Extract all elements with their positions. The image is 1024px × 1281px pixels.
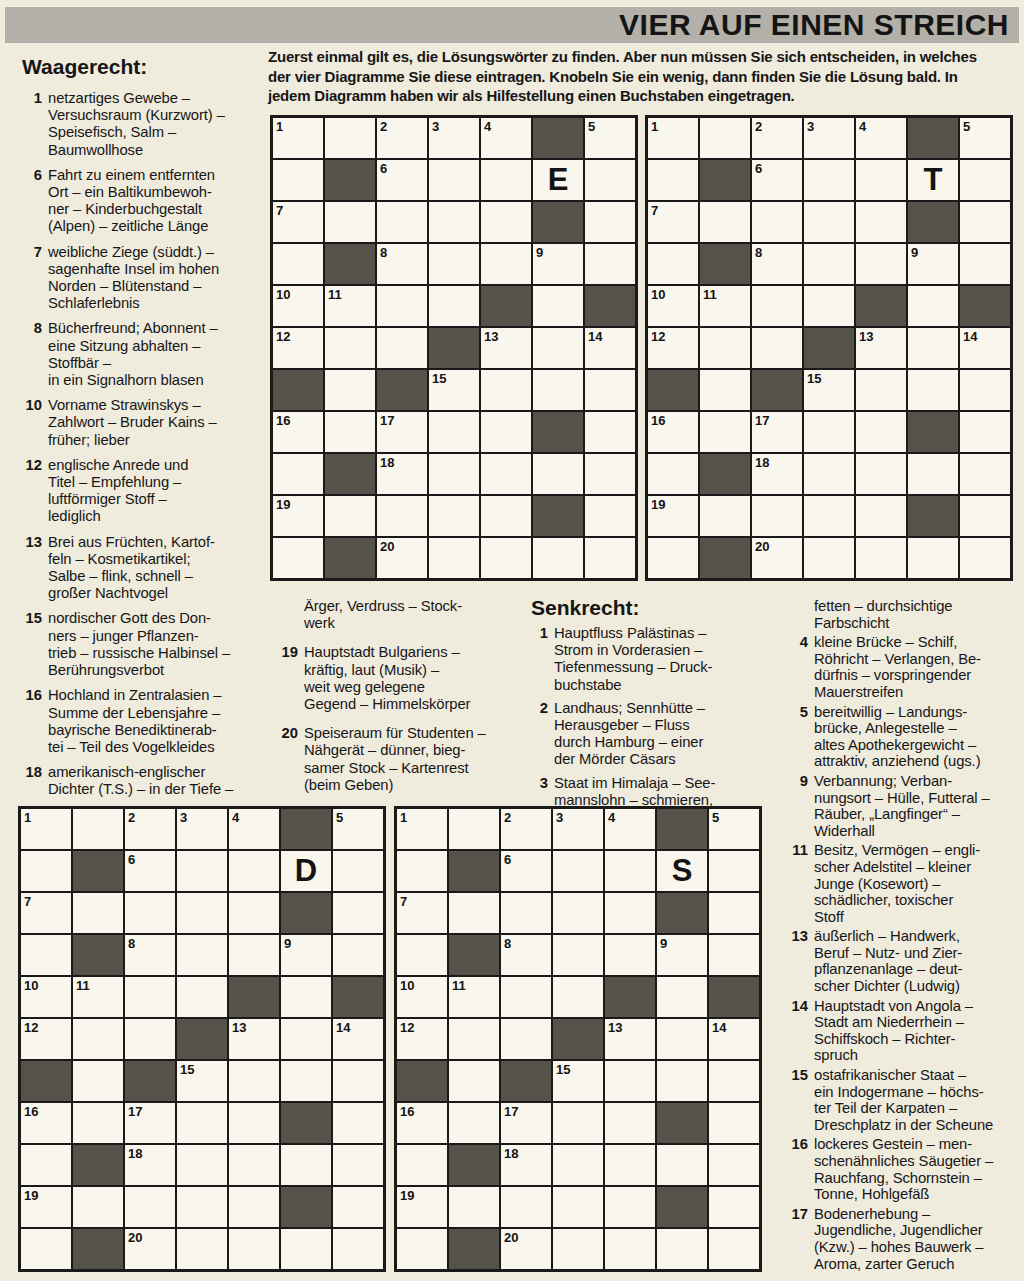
grid-cell[interactable] (325, 412, 375, 452)
cell-number: 11 (452, 978, 466, 993)
grid-cell[interactable] (377, 286, 427, 326)
grid-cell[interactable]: 2 (125, 809, 175, 849)
hint-letter: T (908, 160, 958, 200)
grid-cell[interactable]: 13 (856, 328, 906, 368)
grid-cell[interactable]: 1 (21, 809, 71, 849)
grid-cell[interactable] (709, 893, 759, 933)
grid-cell[interactable] (73, 1187, 123, 1227)
grid-cell[interactable] (177, 851, 227, 891)
grid-cell[interactable] (605, 1145, 655, 1185)
grid-cell[interactable] (73, 1019, 123, 1059)
grid-cell[interactable]: 5 (585, 118, 635, 158)
grid-cell[interactable] (605, 1061, 655, 1101)
grid-cell[interactable]: 20 (752, 538, 802, 578)
grid-cell[interactable] (533, 286, 583, 326)
grid-cell[interactable] (429, 538, 479, 578)
grid-cell[interactable] (908, 286, 958, 326)
grid-cell[interactable] (325, 118, 375, 158)
grid-cell[interactable] (804, 286, 854, 326)
grid-cell[interactable]: 15 (177, 1061, 227, 1101)
grid-cell[interactable] (856, 412, 906, 452)
grid-cell[interactable] (481, 244, 531, 284)
grid-cell[interactable] (657, 1019, 707, 1059)
grid-cell[interactable]: 16 (273, 412, 323, 452)
down-clues-list: 1Hauptfluss Palästinas – Strom in Vorder… (531, 625, 781, 809)
grid-cell[interactable] (281, 977, 331, 1017)
grid-cell[interactable] (429, 202, 479, 242)
grid-cell[interactable] (429, 244, 479, 284)
grid-cell[interactable] (553, 1103, 603, 1143)
grid-cell[interactable] (177, 1229, 227, 1269)
grid-cell[interactable]: 16 (648, 412, 698, 452)
grid-cell[interactable] (533, 370, 583, 410)
grid-cell[interactable] (429, 286, 479, 326)
grid-cell[interactable] (585, 538, 635, 578)
cell-number: 2 (504, 810, 511, 825)
grid-cell[interactable] (229, 1229, 279, 1269)
grid-cell[interactable] (481, 370, 531, 410)
clue: 1netzartiges Gewebe – Versuchsraum (Kurz… (18, 90, 268, 159)
grid-cell[interactable] (605, 1103, 655, 1143)
grid-cell[interactable]: 19 (648, 496, 698, 536)
blocked-cell (804, 328, 854, 368)
grid-cell[interactable] (449, 809, 499, 849)
grid-cell[interactable]: 7 (397, 893, 447, 933)
grid-cell[interactable]: 11 (73, 977, 123, 1017)
grid-cell[interactable] (960, 202, 1010, 242)
grid-cell[interactable] (229, 935, 279, 975)
clue: 9Verbannung; Verban- nungsort – Hülle, F… (782, 773, 1024, 839)
grid-cell[interactable] (429, 412, 479, 452)
blocked-cell (377, 370, 427, 410)
grid-cell[interactable] (333, 893, 383, 933)
blocked-cell (273, 370, 323, 410)
blocked-cell (908, 412, 958, 452)
grid-cell[interactable] (449, 893, 499, 933)
cell-number: 16 (651, 413, 665, 428)
grid-cell[interactable] (481, 202, 531, 242)
grid-cell[interactable] (585, 202, 635, 242)
grid-cell[interactable] (856, 244, 906, 284)
grid-cell[interactable] (73, 809, 123, 849)
grid-cell[interactable]: 7 (21, 893, 71, 933)
grid-cell[interactable]: 4 (856, 118, 906, 158)
grid-cell[interactable] (73, 1103, 123, 1143)
grid-cell[interactable] (397, 935, 447, 975)
grid-cell[interactable]: 17 (377, 412, 427, 452)
grid-cell[interactable] (229, 851, 279, 891)
grid-cell[interactable] (481, 496, 531, 536)
grid-cell[interactable] (700, 370, 750, 410)
grid-cell[interactable] (333, 1103, 383, 1143)
grid-cell[interactable] (325, 370, 375, 410)
grid-cell[interactable] (73, 1061, 123, 1101)
grid-cell[interactable]: 2 (501, 809, 551, 849)
grid-cell[interactable]: 3 (804, 118, 854, 158)
grid-cell[interactable]: 12 (21, 1019, 71, 1059)
grid-cell[interactable] (273, 160, 323, 200)
grid-cell[interactable]: 17 (125, 1103, 175, 1143)
grid-cell[interactable] (553, 935, 603, 975)
blocked-cell (960, 286, 1010, 326)
grid-cell[interactable]: 12 (273, 328, 323, 368)
grid-cell[interactable]: 1 (273, 118, 323, 158)
grid-cell[interactable] (333, 851, 383, 891)
grid-cell[interactable] (700, 496, 750, 536)
grid-cell[interactable]: 6 (752, 160, 802, 200)
grid-cell[interactable] (585, 496, 635, 536)
grid-cell[interactable] (533, 538, 583, 578)
grid-cell[interactable] (585, 412, 635, 452)
grid-cell[interactable] (449, 1103, 499, 1143)
grid-cell[interactable]: 3 (177, 809, 227, 849)
grid-cell[interactable] (585, 454, 635, 494)
grid-cell[interactable] (125, 1187, 175, 1227)
grid-cell[interactable] (804, 160, 854, 200)
clue-text: amerikanisch-englischer Dichter (T.S.) –… (48, 764, 233, 798)
grid-cell[interactable]: 15 (804, 370, 854, 410)
grid-cell[interactable]: 3 (553, 809, 603, 849)
grid-cell[interactable]: 16 (21, 1103, 71, 1143)
clue-text: englische Anrede und Titel – Empfehlung … (48, 457, 188, 526)
clue-number: 16 (18, 687, 48, 756)
grid-cell[interactable] (709, 935, 759, 975)
grid-cell[interactable] (605, 1187, 655, 1227)
clue-number: 16 (782, 1136, 814, 1202)
cell-number: 10 (24, 978, 38, 993)
grid-cell[interactable]: 5 (960, 118, 1010, 158)
grid-cell[interactable] (657, 1229, 707, 1269)
grid-cell[interactable] (908, 370, 958, 410)
grid-cell[interactable] (804, 244, 854, 284)
grid-cell[interactable] (281, 1145, 331, 1185)
grid-cell[interactable]: 13 (605, 1019, 655, 1059)
grid-cell[interactable] (700, 328, 750, 368)
clue-text: Bücherfreund; Abonnent – eine Sitzung ab… (48, 320, 218, 389)
grid-cell[interactable] (553, 1145, 603, 1185)
cell-number: 18 (128, 1146, 142, 1161)
grid-cell[interactable] (960, 412, 1010, 452)
grid-cell[interactable] (648, 244, 698, 284)
grid-cell[interactable] (804, 496, 854, 536)
grid-cell[interactable] (960, 496, 1010, 536)
grid-cell[interactable] (177, 935, 227, 975)
grid-cell[interactable] (333, 1187, 383, 1227)
grid-cell[interactable] (804, 412, 854, 452)
grid-cell[interactable]: 12 (648, 328, 698, 368)
grid-cell[interactable] (752, 496, 802, 536)
grid-cell[interactable]: 8 (125, 935, 175, 975)
grid-cell[interactable] (449, 1061, 499, 1101)
grid-cell[interactable]: 5 (709, 809, 759, 849)
cell-number: 6 (504, 852, 511, 867)
grid-cell[interactable]: 6 (501, 851, 551, 891)
grid-cell[interactable]: 12 (397, 1019, 447, 1059)
grid-cell[interactable] (960, 538, 1010, 578)
grid-cell[interactable]: 2 (752, 118, 802, 158)
grid-cell[interactable] (700, 202, 750, 242)
grid-cell[interactable] (481, 454, 531, 494)
grid-cell[interactable] (177, 893, 227, 933)
grid-cell[interactable] (501, 1187, 551, 1227)
grid-cell[interactable] (585, 370, 635, 410)
blocked-cell (429, 328, 479, 368)
grid-cell[interactable] (333, 935, 383, 975)
grid-cell[interactable]: 1 (397, 809, 447, 849)
grid-cell[interactable] (281, 1061, 331, 1101)
grid-cell[interactable] (657, 1145, 707, 1185)
grid-cell[interactable]: 14 (333, 1019, 383, 1059)
grid-cell[interactable] (501, 893, 551, 933)
grid-cell[interactable] (281, 1019, 331, 1059)
grid-cell[interactable]: 20 (377, 538, 427, 578)
grid-cell[interactable] (553, 851, 603, 891)
grid-cell[interactable] (229, 893, 279, 933)
grid-cell[interactable]: 17 (501, 1103, 551, 1143)
grid-cell[interactable]: 11 (449, 977, 499, 1017)
grid-cell[interactable]: 19 (397, 1187, 447, 1227)
grid-cell[interactable] (752, 286, 802, 326)
grid-cell[interactable] (605, 851, 655, 891)
clue-text: kleine Brücke – Schilf, Röhricht – Verla… (814, 634, 981, 700)
grid-cell[interactable] (648, 160, 698, 200)
cell-number: 11 (76, 978, 90, 993)
grid-cell[interactable] (648, 454, 698, 494)
grid-cell[interactable] (856, 538, 906, 578)
grid-cell[interactable] (908, 328, 958, 368)
cell-number: 4 (859, 119, 866, 134)
grid-cell[interactable] (804, 538, 854, 578)
grid-cell[interactable] (657, 977, 707, 1017)
hint-letter-cell[interactable]: T (908, 160, 958, 200)
grid-cell[interactable] (73, 893, 123, 933)
grid-cell[interactable] (752, 328, 802, 368)
across-clues-column: 1netzartiges Gewebe – Versuchsraum (Kurz… (18, 90, 268, 807)
grid-cell[interactable] (177, 1145, 227, 1185)
cell-number: 1 (400, 810, 407, 825)
grid-cell[interactable] (553, 977, 603, 1017)
grid-cell[interactable] (333, 1061, 383, 1101)
grid-cell[interactable] (229, 1187, 279, 1227)
grid-cell[interactable]: 9 (657, 935, 707, 975)
grid-cell[interactable]: 19 (273, 496, 323, 536)
grid-cell[interactable] (481, 538, 531, 578)
grid-cell[interactable] (856, 454, 906, 494)
grid-cell[interactable]: 10 (21, 977, 71, 1017)
grid-cell[interactable]: 19 (21, 1187, 71, 1227)
grid-cell[interactable]: 14 (709, 1019, 759, 1059)
blocked-cell (856, 286, 906, 326)
blocked-cell (533, 118, 583, 158)
grid-cell[interactable]: 13 (229, 1019, 279, 1059)
grid-cell[interactable]: 11 (700, 286, 750, 326)
grid-cell[interactable] (429, 496, 479, 536)
hint-letter-cell[interactable]: D (281, 851, 331, 891)
grid-cell[interactable]: 10 (273, 286, 323, 326)
grid-cell[interactable] (273, 244, 323, 284)
grid-cell[interactable] (501, 977, 551, 1017)
grid-cell[interactable]: 7 (273, 202, 323, 242)
grid-cell[interactable] (752, 202, 802, 242)
grid-cell[interactable] (709, 1103, 759, 1143)
grid-cell[interactable] (804, 202, 854, 242)
grid-cell[interactable]: 18 (752, 454, 802, 494)
grid-cell[interactable] (501, 1019, 551, 1059)
grid-cell[interactable] (397, 1229, 447, 1269)
blocked-cell (325, 244, 375, 284)
grid-cell[interactable] (700, 412, 750, 452)
cell-number: 12 (651, 329, 665, 344)
clue: 11Besitz, Vermögen – engli- scher Adelst… (782, 842, 1024, 925)
grid-cell[interactable] (273, 538, 323, 578)
grid-cell[interactable] (960, 160, 1010, 200)
grid-cell[interactable]: 3 (429, 118, 479, 158)
grid-cell[interactable] (585, 160, 635, 200)
grid-cell[interactable]: 4 (605, 809, 655, 849)
clue-number: 13 (18, 534, 48, 603)
grid-cell[interactable]: 17 (752, 412, 802, 452)
grid-cell[interactable] (177, 977, 227, 1017)
grid-cell[interactable]: 9 (281, 935, 331, 975)
grid-cell[interactable] (125, 977, 175, 1017)
grid-cell[interactable] (960, 370, 1010, 410)
blocked-cell (533, 412, 583, 452)
blocked-cell (73, 1229, 123, 1269)
grid-cell[interactable] (856, 160, 906, 200)
grid-cell[interactable] (709, 1187, 759, 1227)
grid-cell[interactable] (229, 1061, 279, 1101)
cell-number: 5 (336, 810, 343, 825)
grid-cell[interactable]: 10 (648, 286, 698, 326)
grid-cell[interactable] (273, 454, 323, 494)
grid-cell[interactable] (585, 244, 635, 284)
grid-cell[interactable] (605, 935, 655, 975)
grid-cell[interactable]: 7 (648, 202, 698, 242)
page-title: VIER AUF EINEN STREICH (619, 8, 1009, 42)
grid-cell[interactable]: 6 (377, 160, 427, 200)
grid-cell[interactable]: 18 (501, 1145, 551, 1185)
grid-cell[interactable] (856, 202, 906, 242)
grid-cell[interactable] (533, 454, 583, 494)
grid-cell[interactable]: 15 (429, 370, 479, 410)
grid-cell[interactable] (281, 1229, 331, 1269)
grid-cell[interactable]: 13 (481, 328, 531, 368)
grid-cell[interactable] (804, 454, 854, 494)
grid-cell[interactable] (481, 412, 531, 452)
grid-cell[interactable] (325, 496, 375, 536)
grid-cell[interactable] (700, 118, 750, 158)
grid-cell[interactable]: 5 (333, 809, 383, 849)
grid-cell[interactable]: 8 (752, 244, 802, 284)
grid-cell[interactable] (605, 1229, 655, 1269)
across-heading: Waagerecht: (22, 55, 147, 79)
grid-cell[interactable]: 10 (397, 977, 447, 1017)
grid-cell[interactable] (333, 1145, 383, 1185)
grid-cell[interactable]: 4 (481, 118, 531, 158)
grid-cell[interactable] (333, 1229, 383, 1269)
grid-cell[interactable]: 14 (960, 328, 1010, 368)
grid-cell[interactable]: 20 (125, 1229, 175, 1269)
grid-cell[interactable] (21, 851, 71, 891)
grid-cell[interactable] (856, 496, 906, 536)
grid-cell[interactable]: 8 (377, 244, 427, 284)
grid-cell[interactable] (21, 1229, 71, 1269)
grid-cell[interactable] (325, 202, 375, 242)
grid-cell[interactable] (377, 202, 427, 242)
hint-letter-cell[interactable]: S (657, 851, 707, 891)
grid-cell[interactable] (553, 893, 603, 933)
grid-cell[interactable] (229, 1145, 279, 1185)
hint-letter-cell[interactable]: E (533, 160, 583, 200)
grid-cell[interactable] (481, 160, 531, 200)
grid-cell[interactable] (21, 1145, 71, 1185)
grid-cell[interactable] (377, 328, 427, 368)
grid-cell[interactable]: 4 (229, 809, 279, 849)
blocked-cell (449, 1145, 499, 1185)
grid-cell[interactable]: 9 (533, 244, 583, 284)
grid-cell[interactable] (397, 1145, 447, 1185)
grid-cell[interactable]: 11 (325, 286, 375, 326)
clue-number: 8 (18, 320, 48, 389)
grid-cell[interactable]: 15 (553, 1061, 603, 1101)
grid-cell[interactable] (449, 1019, 499, 1059)
grid-cell[interactable] (397, 851, 447, 891)
blocked-cell (501, 1061, 551, 1101)
grid-cell[interactable]: 18 (377, 454, 427, 494)
grid-cell[interactable] (605, 893, 655, 933)
grid-cell[interactable] (657, 1061, 707, 1101)
grid-cell[interactable] (960, 244, 1010, 284)
grid-cell[interactable] (125, 1019, 175, 1059)
grid-cell[interactable] (709, 851, 759, 891)
grid-cell[interactable] (709, 1229, 759, 1269)
cell-number: 17 (128, 1104, 142, 1119)
clue: 15ostafrikanischer Staat – ein Indogerma… (782, 1067, 1024, 1133)
grid-cell[interactable] (125, 893, 175, 933)
cell-number: 8 (504, 936, 511, 951)
blocked-cell (752, 370, 802, 410)
grid-cell[interactable] (177, 1103, 227, 1143)
grid-cell[interactable] (908, 538, 958, 578)
grid-cell[interactable] (21, 935, 71, 975)
grid-cell[interactable] (377, 496, 427, 536)
grid-cell[interactable]: 8 (501, 935, 551, 975)
grid-cell[interactable]: 20 (501, 1229, 551, 1269)
grid-cell[interactable] (177, 1187, 227, 1227)
grid-cell[interactable]: 18 (125, 1145, 175, 1185)
grid-cell[interactable] (325, 328, 375, 368)
grid-cell[interactable] (648, 538, 698, 578)
grid-cell[interactable] (229, 1103, 279, 1143)
grid-cell[interactable] (709, 1061, 759, 1101)
grid-cell[interactable] (960, 454, 1010, 494)
grid-cell[interactable] (553, 1187, 603, 1227)
grid-cell[interactable]: 9 (908, 244, 958, 284)
grid-cell[interactable] (449, 1187, 499, 1227)
grid-cell[interactable] (908, 454, 958, 494)
grid-cell[interactable]: 6 (125, 851, 175, 891)
grid-cell[interactable] (856, 370, 906, 410)
grid-cell[interactable] (429, 160, 479, 200)
grid-cell[interactable] (429, 454, 479, 494)
grid-cell[interactable]: 1 (648, 118, 698, 158)
grid-cell[interactable]: 14 (585, 328, 635, 368)
grid-cell[interactable]: 2 (377, 118, 427, 158)
grid-cell[interactable] (533, 328, 583, 368)
grid-cell[interactable] (709, 1145, 759, 1185)
grid-cell[interactable] (553, 1229, 603, 1269)
grid-cell[interactable]: 16 (397, 1103, 447, 1143)
